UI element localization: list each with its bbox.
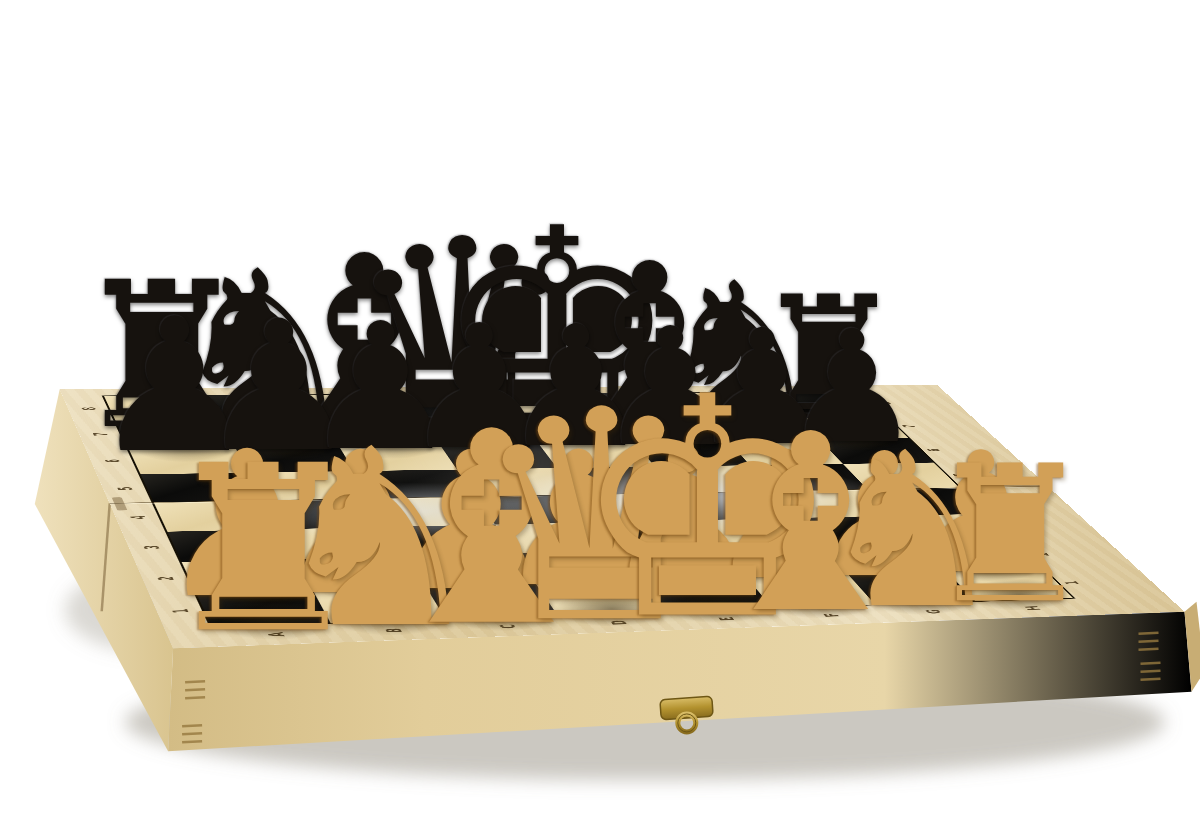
rank-label-left-4: 4: [128, 515, 148, 519]
piece-white-rook-h1[interactable]: ♜: [925, 442, 1094, 631]
chess-set-photo: ABCDEFGH1122334455667788 ♜♞♝♛♚♝♞♜♟♟♟♟♟♟♟…: [0, 0, 1200, 822]
